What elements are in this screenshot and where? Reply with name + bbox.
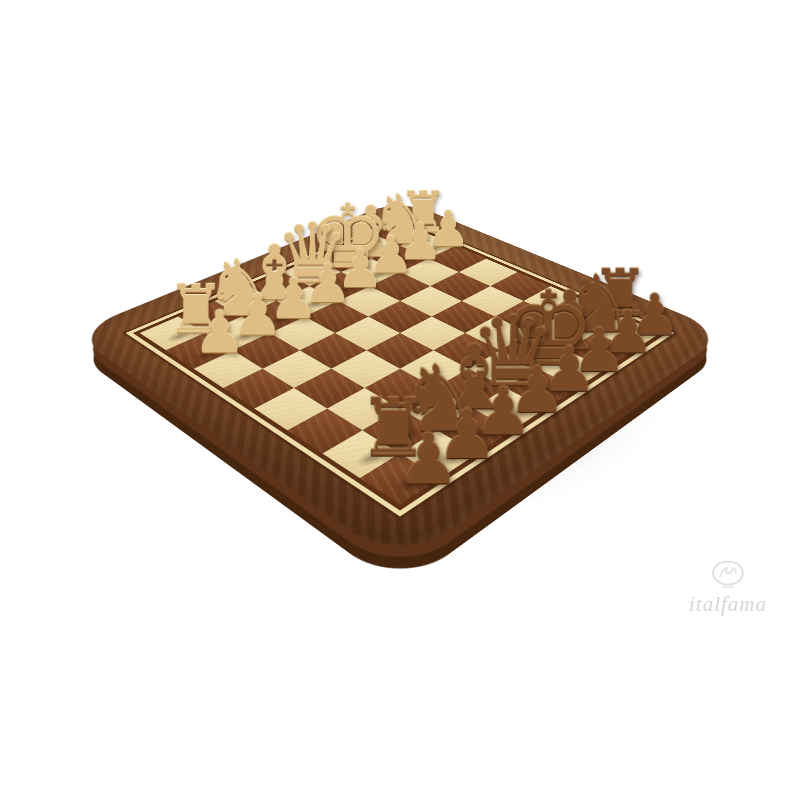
board-scene: ♜♞♝♛♚♝♞♜♟♟♟♟♟♟♟♟♜♞♝♛♚♝♞♜♟♟♟♟♟♟♟♟ [0, 0, 800, 800]
square-d4 [335, 317, 400, 351]
italfama-emblem-icon [707, 558, 749, 592]
brand-watermark: italfama [678, 558, 778, 615]
piece-contact-shadow [550, 326, 590, 348]
product-photo-canvas: ♜♞♝♛♚♝♞♜♟♟♟♟♟♟♟♟♜♞♝♛♚♝♞♜♟♟♟♟♟♟♟♟ italfam… [0, 0, 800, 800]
chess-board: ♜♞♝♛♚♝♞♜♟♟♟♟♟♟♟♟♜♞♝♛♚♝♞♜♟♟♟♟♟♟♟♟ [72, 199, 728, 566]
piece-contact-shadow [579, 310, 618, 331]
piece-contact-shadow [384, 421, 432, 450]
square-e5 [400, 317, 465, 351]
brand-name: italfama [678, 594, 778, 615]
